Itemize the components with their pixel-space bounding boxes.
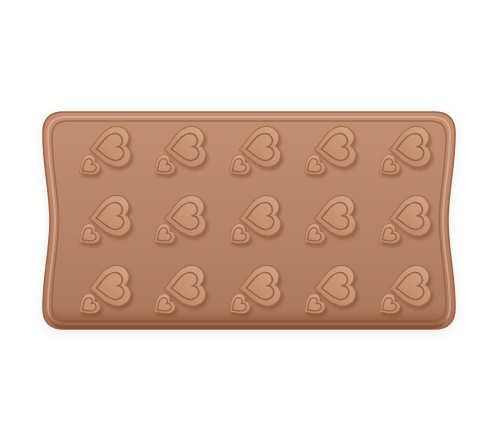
mold-cavity xyxy=(141,118,216,187)
big-heart xyxy=(164,196,205,237)
big-heart xyxy=(239,196,280,237)
small-heart xyxy=(74,154,101,181)
small-heart xyxy=(74,292,101,319)
small-heart xyxy=(224,154,251,181)
big-heart xyxy=(389,127,430,168)
big-heart xyxy=(389,266,430,307)
big-heart xyxy=(389,196,430,237)
mold-cavity xyxy=(141,187,216,256)
mold-cavity xyxy=(291,118,366,187)
mold-cavity xyxy=(66,187,141,256)
product-photo xyxy=(0,0,496,435)
small-heart xyxy=(224,292,251,319)
small-heart xyxy=(374,223,401,250)
small-heart xyxy=(299,154,326,181)
small-heart xyxy=(299,292,326,319)
small-heart xyxy=(149,292,176,319)
small-heart xyxy=(374,292,401,319)
big-heart xyxy=(314,127,355,168)
big-heart xyxy=(164,266,205,307)
cavity-grid xyxy=(66,118,441,326)
mold-cavity xyxy=(366,118,441,187)
big-heart xyxy=(239,127,280,168)
mold-cavity xyxy=(216,187,291,256)
mold-cavity xyxy=(66,257,141,326)
small-heart xyxy=(224,223,251,250)
big-heart xyxy=(89,196,130,237)
big-heart xyxy=(314,266,355,307)
big-heart xyxy=(314,196,355,237)
mold-cavity xyxy=(291,257,366,326)
small-heart xyxy=(74,223,101,250)
big-heart xyxy=(89,266,130,307)
mold-cavity xyxy=(216,118,291,187)
mold-cavity xyxy=(141,257,216,326)
mold-cavity xyxy=(366,257,441,326)
mold-cavity xyxy=(291,187,366,256)
big-heart xyxy=(164,127,205,168)
mold-cavity xyxy=(216,257,291,326)
mold-cavity xyxy=(66,118,141,187)
small-heart xyxy=(149,154,176,181)
big-heart xyxy=(239,266,280,307)
small-heart xyxy=(299,223,326,250)
mold-cavity xyxy=(366,187,441,256)
big-heart xyxy=(89,127,130,168)
small-heart xyxy=(149,223,176,250)
small-heart xyxy=(374,154,401,181)
